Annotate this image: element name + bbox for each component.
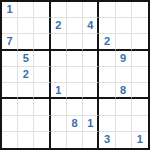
cell-r2c3[interactable] [34,18,50,34]
cell-r2c6[interactable]: 4 [83,18,99,34]
cell-r7c7[interactable] [99,99,115,115]
cell-r1c5[interactable] [67,2,83,18]
cell-r1c9[interactable] [132,2,148,18]
cell-r4c7[interactable] [99,51,115,67]
cell-r8c3[interactable] [34,116,50,132]
given-digit: 1 [87,118,93,129]
cell-r9c4[interactable] [51,132,67,148]
cell-r4c8[interactable]: 9 [116,51,132,67]
cell-r7c3[interactable] [34,99,50,115]
cell-r9c1[interactable] [2,132,18,148]
given-digit: 1 [55,85,61,96]
cell-r9c5[interactable] [67,132,83,148]
given-digit: 8 [71,118,77,129]
cell-r5c9[interactable] [132,67,148,83]
given-digit: 8 [120,85,126,96]
cell-r2c5[interactable] [67,18,83,34]
cell-r3c1[interactable]: 7 [2,34,18,50]
cell-r7c4[interactable] [51,99,67,115]
cell-r4c2[interactable]: 5 [18,51,34,67]
cell-r3c7[interactable]: 2 [99,34,115,50]
cell-r2c2[interactable] [18,18,34,34]
cell-r1c1[interactable]: 1 [2,2,18,18]
cell-r6c8[interactable]: 8 [116,83,132,99]
cell-r6c7[interactable] [99,83,115,99]
cell-r5c8[interactable] [116,67,132,83]
cell-r1c3[interactable] [34,2,50,18]
cell-r7c1[interactable] [2,99,18,115]
cell-r9c7[interactable]: 3 [99,132,115,148]
sudoku-board: 12472592188131 [0,0,150,150]
cell-r7c8[interactable] [116,99,132,115]
given-digit: 2 [104,36,110,47]
cell-r5c1[interactable] [2,67,18,83]
cell-r4c4[interactable] [51,51,67,67]
cell-r7c5[interactable] [67,99,83,115]
given-digit: 5 [23,53,29,64]
cell-r4c9[interactable] [132,51,148,67]
cell-r5c2[interactable]: 2 [18,67,34,83]
cell-r7c2[interactable] [18,99,34,115]
given-digit: 2 [55,20,61,31]
cell-r2c4[interactable]: 2 [51,18,67,34]
cell-r6c2[interactable] [18,83,34,99]
cell-r3c2[interactable] [18,34,34,50]
cell-r8c7[interactable] [99,116,115,132]
cell-r4c1[interactable] [2,51,18,67]
cell-r6c5[interactable] [67,83,83,99]
cell-r3c6[interactable] [83,34,99,50]
cell-r3c8[interactable] [116,34,132,50]
cell-r8c9[interactable] [132,116,148,132]
given-digit: 1 [7,4,13,15]
cell-r9c8[interactable] [116,132,132,148]
cell-r4c6[interactable] [83,51,99,67]
cell-r8c4[interactable] [51,116,67,132]
cell-r5c4[interactable] [51,67,67,83]
cell-r1c6[interactable] [83,2,99,18]
cell-r9c6[interactable] [83,132,99,148]
cell-r1c4[interactable] [51,2,67,18]
cell-r9c9[interactable]: 1 [132,132,148,148]
cell-r5c6[interactable] [83,67,99,83]
cell-r8c2[interactable] [18,116,34,132]
cell-r5c5[interactable] [67,67,83,83]
given-digit: 2 [23,69,29,80]
cell-r7c9[interactable] [132,99,148,115]
cell-r4c5[interactable] [67,51,83,67]
cell-r2c7[interactable] [99,18,115,34]
cell-r4c3[interactable] [34,51,50,67]
cell-r2c8[interactable] [116,18,132,34]
cell-r3c5[interactable] [67,34,83,50]
cell-r2c9[interactable] [132,18,148,34]
cell-r1c2[interactable] [18,2,34,18]
cell-r1c7[interactable] [99,2,115,18]
cell-r3c3[interactable] [34,34,50,50]
given-digit: 7 [7,36,13,47]
given-digit: 9 [120,53,126,64]
cell-r5c3[interactable] [34,67,50,83]
cell-r7c6[interactable] [83,99,99,115]
cell-r1c8[interactable] [116,2,132,18]
cell-r6c1[interactable] [2,83,18,99]
cell-r8c1[interactable] [2,116,18,132]
given-digit: 4 [87,20,93,31]
cell-r6c3[interactable] [34,83,50,99]
cell-r6c9[interactable] [132,83,148,99]
cell-r8c8[interactable] [116,116,132,132]
cell-r8c6[interactable]: 1 [83,116,99,132]
cell-r8c5[interactable]: 8 [67,116,83,132]
given-digit: 3 [104,134,110,145]
cell-r9c3[interactable] [34,132,50,148]
cell-r9c2[interactable] [18,132,34,148]
cell-r2c1[interactable] [2,18,18,34]
cell-r3c4[interactable] [51,34,67,50]
cell-r6c4[interactable]: 1 [51,83,67,99]
given-digit: 1 [137,134,143,145]
cell-r5c7[interactable] [99,67,115,83]
cell-r3c9[interactable] [132,34,148,50]
cell-r6c6[interactable] [83,83,99,99]
